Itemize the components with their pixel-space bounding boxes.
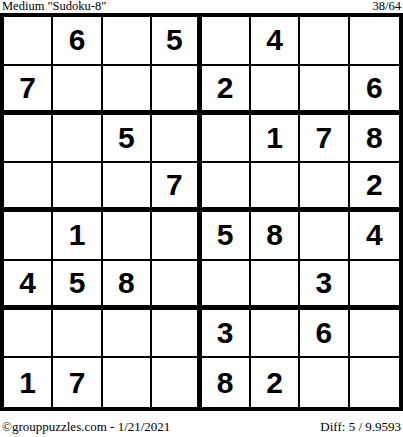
cell-r5c3[interactable] (103, 212, 152, 261)
cell-r5c8: 4 (350, 212, 399, 261)
cell-r7c2[interactable] (53, 310, 102, 359)
cell-r2c7[interactable] (300, 66, 349, 115)
cell-r6c7: 3 (300, 261, 349, 310)
cell-r4c8: 2 (350, 163, 399, 212)
cell-r5c7[interactable] (300, 212, 349, 261)
puzzle-title: Medium "Sudoku-8" (2, 0, 106, 12)
cell-r6c5[interactable] (202, 261, 251, 310)
sudoku-board: 65472651787215844583361782 (0, 13, 403, 411)
puzzle-footer: ©grouppuzzles.com - 1/21/2021 Diff: 5 / … (0, 419, 403, 434)
cell-r6c4[interactable] (152, 261, 201, 310)
cell-r6c6[interactable] (251, 261, 300, 310)
cell-r8c4[interactable] (152, 358, 201, 407)
puzzle-page: Medium "Sudoku-8" 38/64 6547265178721584… (0, 0, 403, 437)
cell-r4c3[interactable] (103, 163, 152, 212)
cell-r6c3: 8 (103, 261, 152, 310)
cell-r7c1[interactable] (4, 310, 53, 359)
cell-r5c6: 8 (251, 212, 300, 261)
cell-r8c5: 8 (202, 358, 251, 407)
cell-r1c5[interactable] (202, 17, 251, 66)
cell-r7c5: 3 (202, 310, 251, 359)
cell-r2c6[interactable] (251, 66, 300, 115)
cell-r8c1: 1 (4, 358, 53, 407)
cell-r1c1[interactable] (4, 17, 53, 66)
cell-r4c6[interactable] (251, 163, 300, 212)
cell-r1c6: 4 (251, 17, 300, 66)
cell-r8c7[interactable] (300, 358, 349, 407)
cell-r2c4[interactable] (152, 66, 201, 115)
cell-r4c2[interactable] (53, 163, 102, 212)
cell-r3c7: 7 (300, 115, 349, 164)
cell-r5c5: 5 (202, 212, 251, 261)
cell-r4c1[interactable] (4, 163, 53, 212)
cell-r8c2: 7 (53, 358, 102, 407)
cell-r7c7: 6 (300, 310, 349, 359)
cell-r4c4: 7 (152, 163, 201, 212)
copyright-text: ©grouppuzzles.com - 1/21/2021 (2, 419, 170, 434)
cell-r7c6[interactable] (251, 310, 300, 359)
cell-r3c2[interactable] (53, 115, 102, 164)
cell-r8c6: 2 (251, 358, 300, 407)
cell-r5c2: 1 (53, 212, 102, 261)
cell-r6c1: 4 (4, 261, 53, 310)
cell-r1c4: 5 (152, 17, 201, 66)
empty-cell-counter: 38/64 (373, 0, 401, 12)
puzzle-header: Medium "Sudoku-8" 38/64 (0, 0, 403, 13)
cell-r2c3[interactable] (103, 66, 152, 115)
cell-r6c8[interactable] (350, 261, 399, 310)
cell-r2c5: 2 (202, 66, 251, 115)
cell-r7c3[interactable] (103, 310, 152, 359)
cell-r5c4[interactable] (152, 212, 201, 261)
cell-r3c4[interactable] (152, 115, 201, 164)
cell-r3c5[interactable] (202, 115, 251, 164)
cell-r1c2: 6 (53, 17, 102, 66)
cell-r1c7[interactable] (300, 17, 349, 66)
cell-r8c3[interactable] (103, 358, 152, 407)
cell-r4c7[interactable] (300, 163, 349, 212)
cell-r3c1[interactable] (4, 115, 53, 164)
difficulty-text: Diff: 5 / 9.9593 (320, 419, 401, 434)
cell-r2c1: 7 (4, 66, 53, 115)
cell-r7c8[interactable] (350, 310, 399, 359)
cell-r1c8[interactable] (350, 17, 399, 66)
cell-r3c8: 8 (350, 115, 399, 164)
cell-r4c5[interactable] (202, 163, 251, 212)
cell-r8c8[interactable] (350, 358, 399, 407)
cell-r2c8: 6 (350, 66, 399, 115)
cell-r6c2: 5 (53, 261, 102, 310)
cell-r3c3: 5 (103, 115, 152, 164)
cell-r3c6: 1 (251, 115, 300, 164)
cell-r5c1[interactable] (4, 212, 53, 261)
cell-r1c3[interactable] (103, 17, 152, 66)
cell-r7c4[interactable] (152, 310, 201, 359)
cell-r2c2[interactable] (53, 66, 102, 115)
